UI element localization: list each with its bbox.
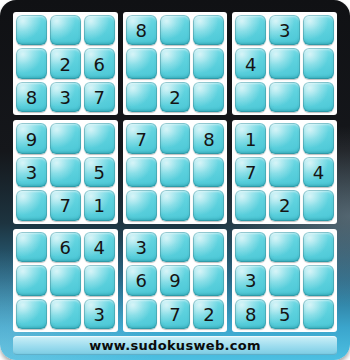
cell-r2c5[interactable] xyxy=(160,48,191,78)
sudoku-grid: 2683782349357178174264336972385 xyxy=(13,12,337,332)
cell-digit: 7 xyxy=(169,306,180,324)
cell-digit: 4 xyxy=(93,239,104,257)
cell-r9c3[interactable]: 3 xyxy=(84,299,115,329)
cell-digit: 3 xyxy=(135,239,146,257)
cell-r7c7[interactable] xyxy=(235,232,266,262)
cell-r7c6[interactable] xyxy=(193,232,224,262)
cell-r3c7[interactable] xyxy=(235,82,266,112)
cell-digit: 4 xyxy=(245,56,256,74)
cell-r9c7[interactable]: 8 xyxy=(235,299,266,329)
box-5: 78 xyxy=(123,120,228,223)
cell-r2c9[interactable] xyxy=(303,48,334,78)
cell-digit: 4 xyxy=(313,164,324,182)
cell-digit: 9 xyxy=(26,131,37,149)
cell-digit: 9 xyxy=(169,272,180,290)
cell-r2c6[interactable] xyxy=(193,48,224,78)
cell-r5c6[interactable] xyxy=(193,157,224,187)
cell-digit: 8 xyxy=(245,306,256,324)
cell-r2c1[interactable] xyxy=(16,48,47,78)
cell-digit: 2 xyxy=(60,56,71,74)
cell-digit: 8 xyxy=(26,89,37,107)
cell-r9c5[interactable]: 7 xyxy=(160,299,191,329)
cell-digit: 2 xyxy=(169,89,180,107)
cell-r9c6[interactable]: 2 xyxy=(193,299,224,329)
cell-r5c1[interactable]: 3 xyxy=(16,157,47,187)
cell-digit: 3 xyxy=(26,164,37,182)
footer-banner: www.sudokusweb.com xyxy=(13,336,337,355)
box-2: 82 xyxy=(123,12,228,115)
cell-r5c4[interactable] xyxy=(126,157,157,187)
cell-r6c2[interactable]: 7 xyxy=(50,190,81,220)
cell-digit: 6 xyxy=(135,272,146,290)
cell-r4c9[interactable] xyxy=(303,123,334,153)
cell-r7c2[interactable]: 6 xyxy=(50,232,81,262)
cell-r6c6[interactable] xyxy=(193,190,224,220)
cell-r8c5[interactable]: 9 xyxy=(160,265,191,295)
cell-r6c7[interactable] xyxy=(235,190,266,220)
cell-digit: 1 xyxy=(93,197,104,215)
cell-r8c3[interactable] xyxy=(84,265,115,295)
cell-r5c9[interactable]: 4 xyxy=(303,157,334,187)
cell-r8c7[interactable]: 3 xyxy=(235,265,266,295)
cell-r3c1[interactable]: 8 xyxy=(16,82,47,112)
cell-digit: 6 xyxy=(93,56,104,74)
cell-r4c8[interactable] xyxy=(269,123,300,153)
sudoku-board-frame: 2683782349357178174264336972385 www.sudo… xyxy=(0,0,350,360)
cell-digit: 2 xyxy=(279,197,290,215)
cell-r6c5[interactable] xyxy=(160,190,191,220)
cell-r8c2[interactable] xyxy=(50,265,81,295)
cell-r7c5[interactable] xyxy=(160,232,191,262)
cell-r8c4[interactable]: 6 xyxy=(126,265,157,295)
box-3: 34 xyxy=(232,12,337,115)
cell-digit: 5 xyxy=(93,164,104,182)
box-8: 36972 xyxy=(123,229,228,332)
cell-r1c4[interactable]: 8 xyxy=(126,15,157,45)
cell-r5c8[interactable] xyxy=(269,157,300,187)
cell-r4c4[interactable]: 7 xyxy=(126,123,157,153)
cell-r4c3[interactable] xyxy=(84,123,115,153)
cell-r2c8[interactable] xyxy=(269,48,300,78)
cell-digit: 3 xyxy=(60,89,71,107)
cell-digit: 6 xyxy=(60,239,71,257)
cell-r3c9[interactable] xyxy=(303,82,334,112)
cell-r6c4[interactable] xyxy=(126,190,157,220)
cell-r5c7[interactable]: 7 xyxy=(235,157,266,187)
cell-r5c2[interactable] xyxy=(50,157,81,187)
cell-r8c8[interactable] xyxy=(269,265,300,295)
cell-digit: 3 xyxy=(93,306,104,324)
box-9: 385 xyxy=(232,229,337,332)
cell-r3c3[interactable]: 7 xyxy=(84,82,115,112)
cell-r1c6[interactable] xyxy=(193,15,224,45)
cell-r1c9[interactable] xyxy=(303,15,334,45)
box-1: 26837 xyxy=(13,12,118,115)
cell-r6c8[interactable]: 2 xyxy=(269,190,300,220)
cell-r8c9[interactable] xyxy=(303,265,334,295)
cell-r6c9[interactable] xyxy=(303,190,334,220)
cell-r1c2[interactable] xyxy=(50,15,81,45)
cell-r5c3[interactable]: 5 xyxy=(84,157,115,187)
cell-r5c5[interactable] xyxy=(160,157,191,187)
cell-r7c9[interactable] xyxy=(303,232,334,262)
cell-r7c4[interactable]: 3 xyxy=(126,232,157,262)
cell-r4c5[interactable] xyxy=(160,123,191,153)
cell-r4c6[interactable]: 8 xyxy=(193,123,224,153)
cell-r1c8[interactable]: 3 xyxy=(269,15,300,45)
cell-r2c3[interactable]: 6 xyxy=(84,48,115,78)
cell-r3c2[interactable]: 3 xyxy=(50,82,81,112)
cell-r9c9[interactable] xyxy=(303,299,334,329)
cell-r4c1[interactable]: 9 xyxy=(16,123,47,153)
box-6: 1742 xyxy=(232,120,337,223)
cell-r3c8[interactable] xyxy=(269,82,300,112)
cell-r7c3[interactable]: 4 xyxy=(84,232,115,262)
cell-r3c4[interactable] xyxy=(126,82,157,112)
cell-r4c7[interactable]: 1 xyxy=(235,123,266,153)
cell-r8c6[interactable] xyxy=(193,265,224,295)
cell-r9c4[interactable] xyxy=(126,299,157,329)
cell-r1c1[interactable] xyxy=(16,15,47,45)
cell-r3c6[interactable] xyxy=(193,82,224,112)
cell-digit: 7 xyxy=(93,89,104,107)
cell-r9c1[interactable] xyxy=(16,299,47,329)
cell-r7c1[interactable] xyxy=(16,232,47,262)
cell-r1c5[interactable] xyxy=(160,15,191,45)
cell-r3c5[interactable]: 2 xyxy=(160,82,191,112)
cell-digit: 8 xyxy=(135,22,146,40)
cell-r6c3[interactable]: 1 xyxy=(84,190,115,220)
cell-r2c4[interactable] xyxy=(126,48,157,78)
box-4: 93571 xyxy=(13,120,118,223)
cell-digit: 8 xyxy=(203,131,214,149)
cell-r1c7[interactable] xyxy=(235,15,266,45)
cell-digit: 3 xyxy=(279,22,290,40)
cell-r2c2[interactable]: 2 xyxy=(50,48,81,78)
cell-digit: 7 xyxy=(135,131,146,149)
box-7: 643 xyxy=(13,229,118,332)
cell-r2c7[interactable]: 4 xyxy=(235,48,266,78)
cell-digit: 1 xyxy=(245,131,256,149)
cell-digit: 2 xyxy=(203,306,214,324)
cell-digit: 5 xyxy=(279,306,290,324)
cell-r8c1[interactable] xyxy=(16,265,47,295)
cell-digit: 7 xyxy=(245,164,256,182)
cell-r9c2[interactable] xyxy=(50,299,81,329)
cell-r4c2[interactable] xyxy=(50,123,81,153)
cell-r6c1[interactable] xyxy=(16,190,47,220)
cell-r7c8[interactable] xyxy=(269,232,300,262)
cell-digit: 3 xyxy=(245,272,256,290)
website-url: www.sudokusweb.com xyxy=(89,338,261,353)
cell-digit: 7 xyxy=(60,197,71,215)
cell-r9c8[interactable]: 5 xyxy=(269,299,300,329)
cell-r1c3[interactable] xyxy=(84,15,115,45)
